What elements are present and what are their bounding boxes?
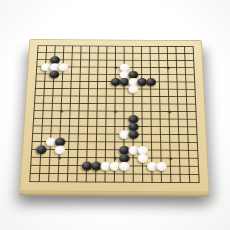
star-point [169, 157, 172, 160]
go-board-surface [19, 39, 209, 192]
black-stone[interactable] [36, 145, 47, 154]
white-stone[interactable] [156, 162, 167, 171]
white-stone[interactable] [137, 153, 147, 162]
black-stone[interactable] [146, 78, 156, 86]
white-stone[interactable] [128, 85, 138, 93]
goban-grid[interactable] [29, 45, 199, 183]
black-stone[interactable] [128, 130, 138, 139]
white-stone[interactable] [54, 145, 65, 154]
star-point [113, 156, 116, 159]
star-point [57, 156, 60, 159]
white-stone[interactable] [58, 63, 68, 71]
black-stone[interactable] [49, 70, 59, 78]
photo-background [0, 0, 230, 230]
star-point [113, 110, 116, 113]
go-board [19, 39, 209, 192]
star-point [166, 66, 169, 68]
star-point [59, 110, 62, 113]
star-point [167, 110, 170, 113]
white-stone[interactable] [119, 161, 129, 170]
star-point [114, 66, 117, 68]
